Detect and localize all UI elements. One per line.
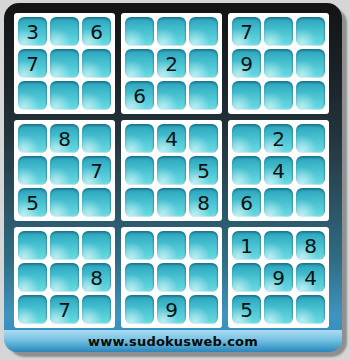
cell-r8c6[interactable] — [189, 263, 218, 292]
cell-r2c9[interactable] — [296, 49, 325, 78]
cell-r9c2[interactable]: 7 — [50, 295, 79, 324]
cell-r1c2[interactable] — [50, 17, 79, 46]
cell-r4c3[interactable] — [82, 124, 111, 153]
cell-r2c2[interactable] — [50, 49, 79, 78]
cell-r4c6[interactable] — [189, 124, 218, 153]
cell-r2c3[interactable] — [82, 49, 111, 78]
cell-r3c1[interactable] — [18, 81, 47, 110]
box-6: 246 — [228, 120, 329, 221]
cell-r2c8[interactable] — [264, 49, 293, 78]
cell-r6c7[interactable]: 6 — [232, 188, 261, 217]
cell-r3c6[interactable] — [189, 81, 218, 110]
cell-r6c9[interactable] — [296, 188, 325, 217]
cell-r9c6[interactable] — [189, 295, 218, 324]
cell-r3c3[interactable] — [82, 81, 111, 110]
cell-r2c1[interactable]: 7 — [18, 49, 47, 78]
cell-r7c1[interactable] — [18, 231, 47, 260]
cell-r2c5[interactable]: 2 — [157, 49, 186, 78]
cell-r9c9[interactable] — [296, 295, 325, 324]
cell-r9c7[interactable]: 5 — [232, 295, 261, 324]
box-5: 458 — [121, 120, 222, 221]
cell-r9c3[interactable] — [82, 295, 111, 324]
cell-r1c9[interactable] — [296, 17, 325, 46]
box-7: 87 — [14, 227, 115, 328]
cell-r7c2[interactable] — [50, 231, 79, 260]
cell-r3c8[interactable] — [264, 81, 293, 110]
cell-r5c5[interactable] — [157, 156, 186, 185]
box-8: 9 — [121, 227, 222, 328]
cell-r2c6[interactable] — [189, 49, 218, 78]
cell-r9c4[interactable] — [125, 295, 154, 324]
cell-r8c1[interactable] — [18, 263, 47, 292]
cell-r6c2[interactable] — [50, 188, 79, 217]
sudoku-board: 367267987545824687918945 www.sudokusweb.… — [4, 3, 342, 352]
cell-r1c4[interactable] — [125, 17, 154, 46]
cell-r4c8[interactable]: 2 — [264, 124, 293, 153]
cell-r6c3[interactable] — [82, 188, 111, 217]
box-1: 367 — [14, 13, 115, 114]
cell-r3c4[interactable]: 6 — [125, 81, 154, 110]
box-3: 79 — [228, 13, 329, 114]
cell-r7c5[interactable] — [157, 231, 186, 260]
cell-r4c7[interactable] — [232, 124, 261, 153]
cell-r6c8[interactable] — [264, 188, 293, 217]
cell-r7c8[interactable] — [264, 231, 293, 260]
cell-r7c6[interactable] — [189, 231, 218, 260]
cell-r5c8[interactable]: 4 — [264, 156, 293, 185]
cell-r1c3[interactable]: 6 — [82, 17, 111, 46]
cell-r4c5[interactable]: 4 — [157, 124, 186, 153]
cell-r6c5[interactable] — [157, 188, 186, 217]
cell-r2c7[interactable]: 9 — [232, 49, 261, 78]
cell-r5c9[interactable] — [296, 156, 325, 185]
cell-r5c6[interactable]: 5 — [189, 156, 218, 185]
cell-r7c3[interactable] — [82, 231, 111, 260]
box-9: 18945 — [228, 227, 329, 328]
footer-bar: www.sudokusweb.com — [4, 330, 342, 352]
cell-r5c7[interactable] — [232, 156, 261, 185]
cell-r4c9[interactable] — [296, 124, 325, 153]
cell-r5c4[interactable] — [125, 156, 154, 185]
cell-r1c1[interactable]: 3 — [18, 17, 47, 46]
cell-r5c2[interactable] — [50, 156, 79, 185]
cell-r8c7[interactable] — [232, 263, 261, 292]
cell-r2c4[interactable] — [125, 49, 154, 78]
cell-r9c8[interactable] — [264, 295, 293, 324]
cell-r7c7[interactable]: 1 — [232, 231, 261, 260]
box-2: 26 — [121, 13, 222, 114]
cell-r8c8[interactable]: 9 — [264, 263, 293, 292]
cell-r7c4[interactable] — [125, 231, 154, 260]
cell-r3c7[interactable] — [232, 81, 261, 110]
cell-r3c5[interactable] — [157, 81, 186, 110]
cell-r1c6[interactable] — [189, 17, 218, 46]
cell-r4c4[interactable] — [125, 124, 154, 153]
sudoku-grid: 367267987545824687918945 — [4, 3, 342, 330]
cell-r4c2[interactable]: 8 — [50, 124, 79, 153]
site-url-link[interactable]: www.sudokusweb.com — [88, 334, 258, 349]
cell-r1c7[interactable]: 7 — [232, 17, 261, 46]
cell-r4c1[interactable] — [18, 124, 47, 153]
cell-r1c5[interactable] — [157, 17, 186, 46]
cell-r8c2[interactable] — [50, 263, 79, 292]
cell-r3c9[interactable] — [296, 81, 325, 110]
cell-r8c3[interactable]: 8 — [82, 263, 111, 292]
box-4: 875 — [14, 120, 115, 221]
cell-r5c3[interactable]: 7 — [82, 156, 111, 185]
cell-r8c5[interactable] — [157, 263, 186, 292]
cell-r7c9[interactable]: 8 — [296, 231, 325, 260]
cell-r6c1[interactable]: 5 — [18, 188, 47, 217]
cell-r6c4[interactable] — [125, 188, 154, 217]
cell-r8c4[interactable] — [125, 263, 154, 292]
cell-r3c2[interactable] — [50, 81, 79, 110]
cell-r9c1[interactable] — [18, 295, 47, 324]
cell-r5c1[interactable] — [18, 156, 47, 185]
cell-r9c5[interactable]: 9 — [157, 295, 186, 324]
cell-r1c8[interactable] — [264, 17, 293, 46]
cell-r6c6[interactable]: 8 — [189, 188, 218, 217]
cell-r8c9[interactable]: 4 — [296, 263, 325, 292]
